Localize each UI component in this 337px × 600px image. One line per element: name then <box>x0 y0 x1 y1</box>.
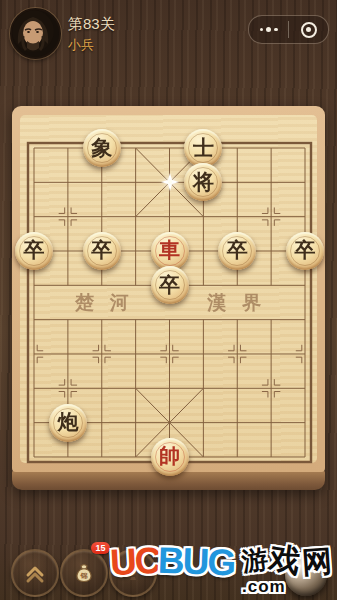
xiangqi-board[interactable]: 楚河 漢界 象士将卒卒車卒卒卒炮帥 <box>12 106 325 490</box>
piece-black-卒[interactable]: 卒 <box>218 232 256 270</box>
trophy-icon <box>121 561 145 585</box>
svg-text:锦: 锦 <box>80 571 88 580</box>
piece-character: 卒 <box>24 239 45 260</box>
piece-red-帥[interactable]: 帥 <box>151 438 189 476</box>
piece-character: 車 <box>159 239 180 260</box>
piece-character: 士 <box>193 137 214 158</box>
piece-character: 卒 <box>159 274 180 295</box>
piece-black-卒[interactable]: 卒 <box>286 232 324 270</box>
double-chevron-up-icon <box>22 560 48 586</box>
piece-character: 卒 <box>227 239 248 260</box>
piece-character: 卒 <box>91 239 112 260</box>
bottom-bar: 锦 15 <box>0 540 337 600</box>
piece-character: 象 <box>91 137 112 158</box>
piece-character: 将 <box>193 171 214 192</box>
piece-character: 帥 <box>159 445 180 466</box>
more-dots-icon[interactable] <box>249 16 288 43</box>
piece-character: 炮 <box>57 411 78 432</box>
level-title: 第83关 <box>68 15 115 34</box>
money-bag-icon: 锦 <box>71 560 97 586</box>
piece-black-卒[interactable]: 卒 <box>15 232 53 270</box>
miniprogram-capsule <box>248 15 329 44</box>
exit-target-icon[interactable] <box>289 16 328 43</box>
expand-menu-button[interactable] <box>11 549 59 597</box>
pieces-layer: 象士将卒卒車卒卒卒炮帥 <box>12 106 325 472</box>
piece-red-車[interactable]: 車 <box>151 232 189 270</box>
avatar-face-icon <box>12 10 55 53</box>
sparkle-marker-icon <box>160 172 180 192</box>
piece-black-炮[interactable]: 炮 <box>49 404 87 442</box>
piece-black-卒[interactable]: 卒 <box>151 266 189 304</box>
player-avatar[interactable] <box>10 8 61 59</box>
hint-bag-button[interactable]: 锦 <box>60 549 108 597</box>
player-rank-label: 小兵 <box>68 36 94 54</box>
board-face: 楚河 漢界 象士将卒卒車卒卒卒炮帥 <box>12 106 325 472</box>
piece-black-士[interactable]: 士 <box>184 129 222 167</box>
hint-count-badge: 15 <box>91 542 110 554</box>
extra-tool-button[interactable] <box>109 549 157 597</box>
top-bar: 第83关 小兵 <box>0 0 337 62</box>
piece-black-象[interactable]: 象 <box>83 129 121 167</box>
floating-ball[interactable] <box>285 554 327 596</box>
piece-black-卒[interactable]: 卒 <box>83 232 121 270</box>
piece-character: 卒 <box>295 239 316 260</box>
piece-black-将[interactable]: 将 <box>184 163 222 201</box>
